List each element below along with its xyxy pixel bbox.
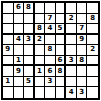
- sudoku-cell-given: 5: [24, 77, 35, 88]
- sudoku-cell-given: 6: [14, 3, 25, 14]
- sudoku-cell-empty[interactable]: [45, 35, 56, 46]
- sudoku-cell-given: 9: [14, 66, 25, 77]
- sudoku-cell-empty[interactable]: [56, 87, 67, 98]
- sudoku-cell-empty[interactable]: [24, 56, 35, 67]
- sudoku-cell-given: 7: [77, 24, 88, 35]
- sudoku-cell-given: 8: [77, 56, 88, 67]
- sudoku-cell-empty[interactable]: [45, 56, 56, 67]
- sudoku-cell-empty[interactable]: [66, 45, 77, 56]
- sudoku-cell-empty[interactable]: [56, 45, 67, 56]
- sudoku-cell-empty[interactable]: [45, 3, 56, 14]
- sudoku-cell-empty[interactable]: [3, 35, 14, 46]
- sudoku-cell-empty[interactable]: [87, 24, 98, 35]
- sudoku-cell-empty[interactable]: [35, 3, 46, 14]
- sudoku-cell-empty[interactable]: [3, 66, 14, 77]
- sudoku-cell-given: 4: [45, 24, 56, 35]
- sudoku-cell-empty[interactable]: [35, 14, 46, 25]
- sudoku-cell-empty[interactable]: [14, 77, 25, 88]
- sudoku-cell-empty[interactable]: [45, 87, 56, 98]
- sudoku-cell-empty[interactable]: [14, 24, 25, 35]
- sudoku-cell-empty[interactable]: [24, 66, 35, 77]
- sudoku-cell-empty[interactable]: [24, 14, 35, 25]
- sudoku-cell-given: 6: [45, 66, 56, 77]
- sudoku-cell-empty[interactable]: [77, 66, 88, 77]
- sudoku-cell-empty[interactable]: [3, 24, 14, 35]
- sudoku-cell-empty[interactable]: [87, 87, 98, 98]
- sudoku-cell-empty[interactable]: [56, 3, 67, 14]
- sudoku-cell-given: 9: [77, 35, 88, 46]
- sudoku-cell-empty[interactable]: [35, 45, 46, 56]
- sudoku-cell-given: 2: [35, 35, 46, 46]
- sudoku-cell-given: 3: [66, 56, 77, 67]
- sudoku-cell-given: 1: [14, 56, 25, 67]
- sudoku-cell-empty[interactable]: [66, 77, 77, 88]
- sudoku-cell-empty[interactable]: [66, 35, 77, 46]
- sudoku-cell-empty[interactable]: [56, 35, 67, 46]
- sudoku-cell-empty[interactable]: [66, 66, 77, 77]
- sudoku-cell-given: 3: [77, 87, 88, 98]
- sudoku-cell-empty[interactable]: [14, 14, 25, 25]
- sudoku-cell-given: 8: [56, 66, 67, 77]
- sudoku-cell-given: 4: [66, 87, 77, 98]
- sudoku-cell-empty[interactable]: [14, 45, 25, 56]
- sudoku-cell-empty[interactable]: [24, 24, 35, 35]
- sudoku-cell-empty[interactable]: [77, 45, 88, 56]
- sudoku-cell-empty[interactable]: [35, 56, 46, 67]
- sudoku-cell-empty[interactable]: [77, 77, 88, 88]
- sudoku-cell-empty[interactable]: [56, 14, 67, 25]
- sudoku-cell-given: 7: [45, 14, 56, 25]
- sudoku-cell-given: 1: [3, 77, 14, 88]
- sudoku-cell-empty[interactable]: [35, 77, 46, 88]
- sudoku-cell-given: 2: [87, 45, 98, 56]
- sudoku-cell-empty[interactable]: [66, 24, 77, 35]
- sudoku-cell-empty[interactable]: [87, 3, 98, 14]
- sudoku-cell-empty[interactable]: [87, 77, 98, 88]
- sudoku-cell-empty[interactable]: [77, 14, 88, 25]
- sudoku-cell-given: 8: [35, 24, 46, 35]
- sudoku-cell-empty[interactable]: [87, 56, 98, 67]
- sudoku-cell-empty[interactable]: [77, 3, 88, 14]
- sudoku-cell-given: 3: [45, 77, 56, 88]
- sudoku-cell-given: 2: [66, 14, 77, 25]
- sudoku-cell-empty[interactable]: [35, 87, 46, 98]
- sudoku-cell-given: 9: [3, 45, 14, 56]
- sudoku-cell-empty[interactable]: [3, 87, 14, 98]
- sudoku-cell-empty[interactable]: [3, 3, 14, 14]
- sudoku-cell-empty[interactable]: [56, 77, 67, 88]
- sudoku-board: 68728845743299821638916815343: [1, 1, 100, 100]
- sudoku-cell-given: 1: [35, 66, 46, 77]
- sudoku-cell-given: 8: [45, 45, 56, 56]
- sudoku-cell-given: 8: [87, 14, 98, 25]
- sudoku-cell-empty[interactable]: [14, 87, 25, 98]
- sudoku-cell-empty[interactable]: [87, 35, 98, 46]
- sudoku-cell-empty[interactable]: [24, 45, 35, 56]
- sudoku-cell-given: 6: [56, 56, 67, 67]
- sudoku-cell-given: 5: [56, 24, 67, 35]
- sudoku-cell-empty[interactable]: [66, 3, 77, 14]
- sudoku-cell-given: 4: [14, 35, 25, 46]
- sudoku-cell-empty[interactable]: [24, 87, 35, 98]
- sudoku-cell-empty[interactable]: [3, 14, 14, 25]
- sudoku-cell-empty[interactable]: [87, 66, 98, 77]
- sudoku-cell-empty[interactable]: [3, 56, 14, 67]
- sudoku-cell-given: 3: [24, 35, 35, 46]
- sudoku-cell-given: 8: [24, 3, 35, 14]
